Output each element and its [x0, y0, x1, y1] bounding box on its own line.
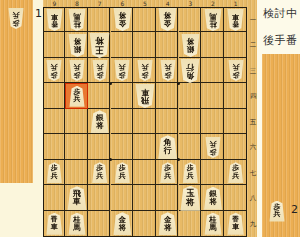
rank-label-3: 三 [249, 67, 257, 76]
file-label-6: 6 [111, 0, 134, 7]
file-label-8: 8 [66, 0, 89, 7]
board-square-66[interactable] [111, 134, 134, 160]
board-square-96[interactable] [43, 134, 66, 160]
board-square-55[interactable] [133, 109, 156, 135]
board-square-22[interactable] [201, 32, 224, 58]
rank-label-2: 二 [249, 41, 257, 50]
star-point [177, 82, 180, 85]
board-square-78[interactable] [88, 185, 111, 211]
status-reviewing-label: 検討中 [263, 6, 300, 21]
board-square-18[interactable] [224, 185, 247, 211]
board-square-76[interactable] [88, 134, 111, 160]
board-square-85[interactable] [65, 109, 88, 135]
board-square-95[interactable] [43, 109, 66, 135]
file-label-9: 9 [43, 0, 66, 7]
board-square-24[interactable] [201, 83, 224, 109]
board-square-68[interactable] [111, 185, 134, 211]
board-square-27[interactable] [201, 160, 224, 186]
board-square-35[interactable] [179, 109, 202, 135]
sente-hand-pawn-count: 2 [291, 203, 298, 216]
rank-label-9: 九 [249, 220, 257, 229]
board-square-51[interactable] [133, 7, 156, 33]
star-point [177, 158, 180, 161]
board-square-94[interactable] [43, 83, 66, 109]
file-label-5: 5 [134, 0, 157, 7]
board-square-59[interactable] [133, 211, 156, 237]
board-square-71[interactable] [88, 7, 111, 33]
board-square-65[interactable] [111, 109, 134, 135]
board-square-31[interactable] [179, 7, 202, 33]
board-square-98[interactable] [43, 185, 66, 211]
board-square-23[interactable] [201, 58, 224, 84]
file-label-7: 7 [88, 0, 111, 7]
shogi-app: 987654321一二三四五六七八九 検討中 後手番 1 2 香車桂馬金将金将桂… [0, 0, 300, 237]
gote-hand-pawn-count: 1 [35, 7, 42, 20]
board-square-12[interactable] [224, 32, 247, 58]
file-label-1: 1 [224, 0, 247, 7]
board-square-15[interactable] [224, 109, 247, 135]
rank-label-6: 六 [249, 143, 257, 152]
board-square-57[interactable] [133, 160, 156, 186]
board-square-48[interactable] [156, 185, 179, 211]
board-square-74[interactable] [88, 83, 111, 109]
board-square-62[interactable] [111, 32, 134, 58]
board-square-16[interactable] [224, 134, 247, 160]
star-point [109, 158, 112, 161]
board-square-45[interactable] [156, 109, 179, 135]
rank-label-7: 七 [249, 169, 257, 178]
board-square-86[interactable] [65, 134, 88, 160]
board-square-42[interactable] [156, 32, 179, 58]
board-square-14[interactable] [224, 83, 247, 109]
star-point [109, 82, 112, 85]
file-label-3: 3 [179, 0, 202, 7]
board-square-79[interactable] [88, 211, 111, 237]
file-label-2: 2 [202, 0, 225, 7]
board-square-52[interactable] [133, 32, 156, 58]
rank-label-1: 一 [249, 16, 257, 25]
board-square-34[interactable] [179, 83, 202, 109]
board-square-25[interactable] [201, 109, 224, 135]
board-square-36[interactable] [179, 134, 202, 160]
board-square-64[interactable] [111, 83, 134, 109]
board-square-92[interactable] [43, 32, 66, 58]
board-square-44[interactable] [156, 83, 179, 109]
file-label-4: 4 [156, 0, 179, 7]
board-square-56[interactable] [133, 134, 156, 160]
board-square-39[interactable] [179, 211, 202, 237]
rank-label-5: 五 [249, 118, 257, 127]
rank-label-8: 八 [249, 194, 257, 203]
rank-label-4: 四 [249, 92, 257, 101]
board-square-58[interactable] [133, 185, 156, 211]
turn-indicator-label: 後手番 [263, 33, 300, 48]
board-square-87[interactable] [65, 160, 88, 186]
